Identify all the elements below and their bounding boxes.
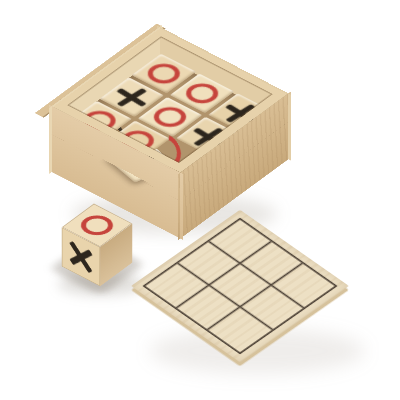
product-photo-scene [0,0,400,400]
o-mark [144,61,184,86]
